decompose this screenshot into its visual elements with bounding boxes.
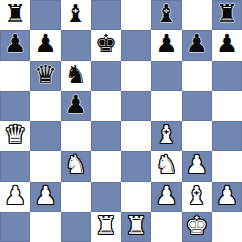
black-pawn-icon[interactable]: ♟ — [4, 29, 26, 59]
white-queen-icon[interactable]: ♛ — [4, 120, 26, 150]
black-bishop-icon[interactable]: ♝ — [64, 0, 86, 29]
square-h3[interactable] — [212, 151, 242, 181]
square-e5[interactable] — [121, 91, 151, 121]
black-pawn-icon[interactable]: ♟ — [155, 29, 177, 59]
black-pawn-icon[interactable]: ♟ — [216, 29, 238, 59]
square-d8[interactable] — [91, 0, 121, 30]
white-pawn-icon[interactable]: ♟ — [185, 150, 207, 180]
square-h7[interactable]: ♟ — [212, 30, 242, 60]
square-e2[interactable] — [121, 182, 151, 212]
square-c3[interactable]: ♞ — [61, 151, 91, 181]
square-c4[interactable] — [61, 121, 91, 151]
square-d3[interactable] — [91, 151, 121, 181]
square-g3[interactable]: ♟ — [182, 151, 212, 181]
square-e6[interactable] — [121, 61, 151, 91]
square-b4[interactable] — [30, 121, 60, 151]
square-h8[interactable]: ♜ — [212, 0, 242, 30]
black-pawn-icon[interactable]: ♟ — [34, 29, 56, 59]
square-a5[interactable] — [0, 91, 30, 121]
square-b6[interactable]: ♛ — [30, 61, 60, 91]
square-c7[interactable] — [61, 30, 91, 60]
white-pawn-icon[interactable]: ♟ — [155, 181, 177, 211]
chess-board: ♜♝♝♜♟♟♚♟♟♟♛♞♟♛♝♞♞♟♟♟♟♝♟♜♜♚ — [0, 0, 242, 242]
square-g8[interactable] — [182, 0, 212, 30]
square-f6[interactable] — [151, 61, 181, 91]
white-rook-icon[interactable]: ♜ — [95, 211, 117, 241]
white-bishop-icon[interactable]: ♝ — [155, 120, 177, 150]
square-g1[interactable]: ♚ — [182, 212, 212, 242]
square-h6[interactable] — [212, 61, 242, 91]
square-f4[interactable]: ♝ — [151, 121, 181, 151]
black-rook-icon[interactable]: ♜ — [216, 0, 238, 29]
square-c5[interactable]: ♟ — [61, 91, 91, 121]
black-knight-icon[interactable]: ♞ — [64, 60, 86, 90]
square-a3[interactable] — [0, 151, 30, 181]
white-knight-icon[interactable]: ♞ — [64, 150, 86, 180]
square-h1[interactable] — [212, 212, 242, 242]
black-pawn-icon[interactable]: ♟ — [64, 90, 86, 120]
square-a4[interactable]: ♛ — [0, 121, 30, 151]
square-e7[interactable] — [121, 30, 151, 60]
square-b2[interactable]: ♟ — [30, 182, 60, 212]
square-b5[interactable] — [30, 91, 60, 121]
white-bishop-icon[interactable]: ♝ — [185, 181, 207, 211]
square-e1[interactable]: ♜ — [121, 212, 151, 242]
square-c1[interactable] — [61, 212, 91, 242]
square-f8[interactable]: ♝ — [151, 0, 181, 30]
white-knight-icon[interactable]: ♞ — [155, 150, 177, 180]
square-d7[interactable]: ♚ — [91, 30, 121, 60]
square-h2[interactable]: ♟ — [212, 182, 242, 212]
square-d6[interactable] — [91, 61, 121, 91]
square-f7[interactable]: ♟ — [151, 30, 181, 60]
square-e4[interactable] — [121, 121, 151, 151]
square-e8[interactable] — [121, 0, 151, 30]
square-a2[interactable]: ♟ — [0, 182, 30, 212]
square-g7[interactable]: ♟ — [182, 30, 212, 60]
square-d1[interactable]: ♜ — [91, 212, 121, 242]
black-rook-icon[interactable]: ♜ — [4, 0, 26, 29]
black-bishop-icon[interactable]: ♝ — [155, 0, 177, 29]
white-pawn-icon[interactable]: ♟ — [216, 181, 238, 211]
black-queen-icon[interactable]: ♛ — [34, 60, 56, 90]
square-b3[interactable] — [30, 151, 60, 181]
square-f5[interactable] — [151, 91, 181, 121]
square-h4[interactable] — [212, 121, 242, 151]
square-a8[interactable]: ♜ — [0, 0, 30, 30]
square-g2[interactable]: ♝ — [182, 182, 212, 212]
square-d4[interactable] — [91, 121, 121, 151]
white-pawn-icon[interactable]: ♟ — [34, 181, 56, 211]
square-f2[interactable]: ♟ — [151, 182, 181, 212]
white-king-icon[interactable]: ♚ — [185, 211, 207, 241]
square-f1[interactable] — [151, 212, 181, 242]
square-b1[interactable] — [30, 212, 60, 242]
square-c8[interactable]: ♝ — [61, 0, 91, 30]
square-b7[interactable]: ♟ — [30, 30, 60, 60]
square-g4[interactable] — [182, 121, 212, 151]
square-c2[interactable] — [61, 182, 91, 212]
square-a6[interactable] — [0, 61, 30, 91]
square-d5[interactable] — [91, 91, 121, 121]
white-pawn-icon[interactable]: ♟ — [4, 181, 26, 211]
square-c6[interactable]: ♞ — [61, 61, 91, 91]
black-pawn-icon[interactable]: ♟ — [185, 29, 207, 59]
square-f3[interactable]: ♞ — [151, 151, 181, 181]
square-a1[interactable] — [0, 212, 30, 242]
square-g5[interactable] — [182, 91, 212, 121]
white-rook-icon[interactable]: ♜ — [125, 211, 147, 241]
black-king-icon[interactable]: ♚ — [95, 29, 117, 59]
square-b8[interactable] — [30, 0, 60, 30]
square-a7[interactable]: ♟ — [0, 30, 30, 60]
square-e3[interactable] — [121, 151, 151, 181]
square-g6[interactable] — [182, 61, 212, 91]
square-d2[interactable] — [91, 182, 121, 212]
square-h5[interactable] — [212, 91, 242, 121]
